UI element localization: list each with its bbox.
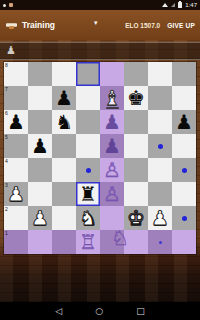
ghost-white-pawn: ♙ <box>100 158 124 182</box>
captured-black-pawn-icon: ♟ <box>6 43 16 59</box>
ghost-black-pawn: ♟ <box>100 134 124 158</box>
square-f7[interactable]: ♚ <box>124 86 148 110</box>
signal-icon <box>171 3 175 7</box>
square-b4[interactable] <box>28 158 52 182</box>
hint-caption <box>106 107 119 109</box>
move-dot <box>158 144 163 149</box>
captured-pieces-tray: ♟ <box>0 42 200 60</box>
square-a7[interactable]: 7 <box>4 86 28 110</box>
clock-time: 1:47 <box>185 0 197 10</box>
square-a2[interactable]: 2 <box>4 206 28 230</box>
black-knight: ♞ <box>52 110 76 134</box>
square-c7[interactable]: ♟ <box>52 86 76 110</box>
square-c4[interactable] <box>52 158 76 182</box>
square-d1[interactable]: ♖ <box>76 230 100 254</box>
square-d8[interactable] <box>76 62 100 86</box>
square-h3[interactable] <box>172 182 196 206</box>
recents-button[interactable]: □ <box>136 302 145 320</box>
purple-highlight <box>100 62 124 86</box>
android-nav-bar: ◁ ○ □ <box>0 302 200 320</box>
back-button[interactable]: ◁ <box>55 302 62 320</box>
black-rook: ♜ <box>76 182 100 206</box>
black-pawn: ♟ <box>172 110 196 134</box>
rank-label-1: 1 <box>5 230 8 236</box>
rank-label-7: 7 <box>5 86 8 92</box>
square-h7[interactable] <box>172 86 196 110</box>
square-e7[interactable]: ♝ <box>100 86 124 110</box>
square-h1[interactable] <box>172 230 196 254</box>
square-e5[interactable]: ♟ <box>100 134 124 158</box>
square-a8[interactable]: 8 <box>4 62 28 86</box>
square-f6[interactable] <box>124 110 148 134</box>
square-d7[interactable] <box>76 86 100 110</box>
square-a4[interactable]: 4 <box>4 158 28 182</box>
square-h6[interactable]: ♟ <box>172 110 196 134</box>
move-dot <box>182 216 187 221</box>
square-e4[interactable]: ♙ <box>100 158 124 182</box>
square-d3[interactable]: ♜ <box>76 182 100 206</box>
square-d4[interactable] <box>76 158 100 182</box>
square-c5[interactable] <box>52 134 76 158</box>
square-g8[interactable] <box>148 62 172 86</box>
rank-label-5: 5 <box>5 134 8 140</box>
app-bar: Training ▾ ELO 1507.0 GIVE UP <box>0 10 200 40</box>
square-f8[interactable] <box>124 62 148 86</box>
square-b5[interactable]: ♟ <box>28 134 52 158</box>
square-c1[interactable] <box>52 230 76 254</box>
battery-icon <box>178 2 182 8</box>
square-a5[interactable]: 5 <box>4 134 28 158</box>
purple-highlight <box>28 230 52 254</box>
square-f3[interactable] <box>124 182 148 206</box>
purple-highlight <box>172 230 196 254</box>
app-badge-icon <box>9 3 13 7</box>
square-c2[interactable] <box>52 206 76 230</box>
rank-label-4: 4 <box>5 158 8 164</box>
square-b1[interactable] <box>28 230 52 254</box>
square-e3[interactable]: ♙ <box>100 182 124 206</box>
wifi-icon <box>162 3 168 7</box>
square-h2[interactable] <box>172 206 196 230</box>
move-dot <box>182 168 187 173</box>
ghost-white-rook: ♖ <box>76 230 100 254</box>
training-cap-icon <box>5 20 18 30</box>
square-h4[interactable] <box>172 158 196 182</box>
white-pawn: ♟ <box>148 206 172 230</box>
ghost-white-pawn: ♙ <box>100 182 124 206</box>
chevron-down-icon[interactable]: ▾ <box>94 19 98 27</box>
square-e1[interactable]: ♘ <box>100 230 124 254</box>
square-g4[interactable] <box>148 158 172 182</box>
square-g7[interactable] <box>148 86 172 110</box>
square-g6[interactable] <box>148 110 172 134</box>
square-f5[interactable] <box>124 134 148 158</box>
square-b6[interactable] <box>28 110 52 134</box>
ghost-black-pawn: ♟ <box>100 110 124 134</box>
rank-label-8: 8 <box>5 62 8 68</box>
square-a6[interactable]: 6♟ <box>4 110 28 134</box>
black-king: ♚ <box>124 86 148 110</box>
square-b7[interactable] <box>28 86 52 110</box>
move-dot-small <box>159 241 162 244</box>
page-title: Training <box>22 20 55 30</box>
status-bar: 1:47 <box>0 0 200 10</box>
elo-rating: ELO 1507.0 <box>125 22 160 29</box>
square-b8[interactable] <box>28 62 52 86</box>
square-d2[interactable]: ♞ <box>76 206 100 230</box>
ghost-white-knight: ♘ <box>108 226 132 250</box>
black-pawn: ♟ <box>52 86 76 110</box>
square-g2[interactable]: ♟ <box>148 206 172 230</box>
notification-dot-icon <box>3 4 6 7</box>
purple-highlight <box>52 230 76 254</box>
square-a1[interactable]: 1 <box>4 230 28 254</box>
square-g3[interactable] <box>148 182 172 206</box>
square-g5[interactable] <box>148 134 172 158</box>
square-e6[interactable]: ♟ <box>100 110 124 134</box>
square-d6[interactable] <box>76 110 100 134</box>
square-a3[interactable]: 3♟ <box>4 182 28 206</box>
square-c3[interactable] <box>52 182 76 206</box>
move-dot <box>86 168 91 173</box>
chess-board: 87♟♝♚6♟♞♟♟5♟♟4♙3♟♜♙2♟♞♚♟1♖♘ <box>4 62 196 254</box>
square-h8[interactable] <box>172 62 196 86</box>
square-c6[interactable]: ♞ <box>52 110 76 134</box>
home-button[interactable]: ○ <box>95 302 103 320</box>
rank-label-6: 6 <box>5 110 8 116</box>
square-c8[interactable] <box>52 62 76 86</box>
black-pawn: ♟ <box>28 134 52 158</box>
rank-label-2: 2 <box>5 206 8 212</box>
square-b2[interactable]: ♟ <box>28 206 52 230</box>
white-pawn: ♟ <box>28 206 52 230</box>
white-knight: ♞ <box>76 206 100 230</box>
square-e8[interactable] <box>100 62 124 86</box>
give-up-button[interactable]: GIVE UP <box>167 22 195 29</box>
square-h5[interactable] <box>172 134 196 158</box>
square-b3[interactable] <box>28 182 52 206</box>
rank-label-3: 3 <box>5 182 8 188</box>
square-d5[interactable] <box>76 134 100 158</box>
square-f4[interactable] <box>124 158 148 182</box>
square-g1[interactable] <box>148 230 172 254</box>
